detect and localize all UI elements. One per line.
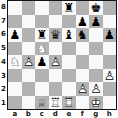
square-b5[interactable] xyxy=(22,42,36,56)
square-e4[interactable] xyxy=(62,55,76,69)
square-e5[interactable] xyxy=(62,42,76,56)
square-c1[interactable]: ♛♕ xyxy=(35,96,49,110)
square-c3[interactable] xyxy=(35,69,49,83)
square-c7[interactable] xyxy=(35,15,49,29)
square-g2[interactable]: ♟♙ xyxy=(89,82,103,96)
square-g7[interactable]: ♟ xyxy=(89,15,103,29)
chess-diagram: 87654321 ♜♚♟♟♟♜♛♝♞♟♞♘♞♘♟♙♟♟♙♟♙♟♙♟♙♛♕♜♖♜♖… xyxy=(0,0,118,118)
file-label-h: h xyxy=(103,110,117,118)
piece-white-knight: ♞♘ xyxy=(35,42,48,56)
square-b7[interactable] xyxy=(22,15,36,29)
square-d1[interactable]: ♜♖ xyxy=(49,96,63,110)
square-f3[interactable] xyxy=(76,69,90,83)
rank-label-7: 7 xyxy=(0,14,7,28)
piece-white-pawn: ♟♙ xyxy=(76,82,89,96)
file-label-b: b xyxy=(22,110,36,118)
square-g4[interactable] xyxy=(89,55,103,69)
square-h3[interactable]: ♟♙ xyxy=(103,69,117,83)
piece-black-queen: ♛ xyxy=(49,28,62,42)
square-a1[interactable] xyxy=(8,96,22,110)
square-f7[interactable]: ♟ xyxy=(76,15,90,29)
piece-white-pawn: ♟♙ xyxy=(89,82,102,96)
square-b6[interactable] xyxy=(22,28,36,42)
piece-white-pawn: ♟♙ xyxy=(103,69,116,83)
square-g6[interactable] xyxy=(89,28,103,42)
square-b1[interactable] xyxy=(22,96,36,110)
file-label-a: a xyxy=(8,110,22,118)
square-b4[interactable]: ♟♙ xyxy=(22,55,36,69)
square-h1[interactable] xyxy=(103,96,117,110)
square-c8[interactable] xyxy=(35,1,49,15)
square-a4[interactable]: ♞♘ xyxy=(8,55,22,69)
file-label-g: g xyxy=(89,110,103,118)
square-b3[interactable] xyxy=(22,69,36,83)
rank-label-2: 2 xyxy=(0,83,7,97)
rank-labels: 87654321 xyxy=(0,0,7,110)
rank-label-1: 1 xyxy=(0,96,7,110)
square-h4[interactable] xyxy=(103,55,117,69)
rank-label-5: 5 xyxy=(0,41,7,55)
square-e2[interactable] xyxy=(62,82,76,96)
square-d5[interactable] xyxy=(49,42,63,56)
piece-black-knight: ♞ xyxy=(76,28,89,42)
piece-white-knight: ♞♘ xyxy=(8,55,21,69)
square-f2[interactable]: ♟♙ xyxy=(76,82,90,96)
square-h6[interactable]: ♟ xyxy=(103,28,117,42)
piece-white-rook: ♜♖ xyxy=(62,96,75,110)
square-a7[interactable] xyxy=(8,15,22,29)
file-label-f: f xyxy=(76,110,90,118)
square-f8[interactable] xyxy=(76,1,90,15)
square-d8[interactable] xyxy=(49,1,63,15)
rank-label-8: 8 xyxy=(0,0,7,14)
file-labels: abcdefgh xyxy=(8,110,116,118)
piece-black-bishop: ♝ xyxy=(62,28,75,42)
square-a6[interactable]: ♟ xyxy=(8,28,22,42)
square-d4[interactable]: ♟♙ xyxy=(49,55,63,69)
square-b2[interactable] xyxy=(22,82,36,96)
file-label-d: d xyxy=(49,110,63,118)
piece-black-pawn: ♟ xyxy=(103,28,116,42)
piece-white-pawn: ♟♙ xyxy=(49,55,62,69)
piece-black-rook: ♜ xyxy=(62,1,75,15)
square-c6[interactable]: ♜ xyxy=(35,28,49,42)
square-c4[interactable]: ♟ xyxy=(35,55,49,69)
square-f6[interactable]: ♞ xyxy=(76,28,90,42)
square-f1[interactable] xyxy=(76,96,90,110)
square-c2[interactable] xyxy=(35,82,49,96)
square-h7[interactable] xyxy=(103,15,117,29)
piece-black-rook: ♜ xyxy=(35,28,48,42)
piece-black-pawn: ♟ xyxy=(35,55,48,69)
piece-black-king: ♚ xyxy=(89,1,102,15)
square-a5[interactable] xyxy=(8,42,22,56)
square-d3[interactable] xyxy=(49,69,63,83)
square-g1[interactable]: ♚♔ xyxy=(89,96,103,110)
square-g3[interactable] xyxy=(89,69,103,83)
square-a8[interactable] xyxy=(8,1,22,15)
square-f4[interactable] xyxy=(76,55,90,69)
rank-label-3: 3 xyxy=(0,69,7,83)
square-a3[interactable] xyxy=(8,69,22,83)
square-h5[interactable] xyxy=(103,42,117,56)
file-label-c: c xyxy=(35,110,49,118)
rank-label-6: 6 xyxy=(0,28,7,42)
piece-white-pawn: ♟♙ xyxy=(22,55,35,69)
square-e3[interactable] xyxy=(62,69,76,83)
file-label-e: e xyxy=(62,110,76,118)
square-g5[interactable] xyxy=(89,42,103,56)
square-g8[interactable]: ♚ xyxy=(89,1,103,15)
chess-board: ♜♚♟♟♟♜♛♝♞♟♞♘♞♘♟♙♟♟♙♟♙♟♙♟♙♛♕♜♖♜♖♚♔ xyxy=(7,0,117,110)
piece-black-pawn: ♟ xyxy=(76,15,89,29)
square-a2[interactable] xyxy=(8,82,22,96)
square-e6[interactable]: ♝ xyxy=(62,28,76,42)
square-c5[interactable]: ♞♘ xyxy=(35,42,49,56)
square-e8[interactable]: ♜ xyxy=(62,1,76,15)
square-e1[interactable]: ♜♖ xyxy=(62,96,76,110)
piece-white-king: ♚♔ xyxy=(89,96,102,110)
piece-black-pawn: ♟ xyxy=(8,28,21,42)
piece-black-pawn: ♟ xyxy=(89,15,102,29)
piece-white-rook: ♜♖ xyxy=(49,96,62,110)
piece-white-queen: ♛♕ xyxy=(35,96,48,110)
square-d7[interactable] xyxy=(49,15,63,29)
square-h2[interactable] xyxy=(103,82,117,96)
square-b8[interactable] xyxy=(22,1,36,15)
square-f5[interactable] xyxy=(76,42,90,56)
square-d6[interactable]: ♛ xyxy=(49,28,63,42)
rank-label-4: 4 xyxy=(0,55,7,69)
square-e7[interactable] xyxy=(62,15,76,29)
square-h8[interactable] xyxy=(103,1,117,15)
square-d2[interactable] xyxy=(49,82,63,96)
